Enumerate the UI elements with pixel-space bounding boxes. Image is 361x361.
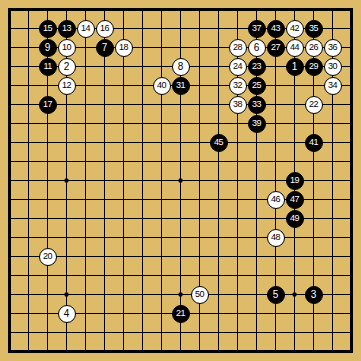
stone-white-50: 50 (191, 286, 209, 304)
move-number-label: 29 (309, 62, 318, 71)
stone-white-42: 42 (286, 20, 304, 38)
move-number-label: 31 (176, 81, 185, 90)
move-number-label: 38 (233, 100, 242, 109)
stone-black-31: 31 (172, 77, 190, 95)
stone-black-7: 7 (96, 39, 114, 57)
move-number-label: 19 (290, 176, 299, 185)
move-number-label: 14 (81, 24, 90, 33)
move-number-label: 35 (309, 24, 318, 33)
stone-white-48: 48 (267, 229, 285, 247)
stone-black-25: 25 (248, 77, 266, 95)
move-number-label: 43 (271, 24, 280, 33)
move-number-label: 5 (273, 290, 279, 300)
move-number-label: 30 (328, 62, 337, 71)
move-number-label: 11 (43, 62, 51, 71)
move-number-label: 33 (252, 100, 261, 109)
stone-white-24: 24 (229, 58, 247, 76)
move-number-label: 20 (43, 252, 52, 261)
move-number-label: 7 (102, 43, 108, 53)
stone-white-20: 20 (39, 248, 57, 266)
stone-white-28: 28 (229, 39, 247, 57)
move-number-label: 13 (62, 24, 71, 33)
move-number-label: 24 (233, 62, 242, 71)
stone-black-37: 37 (248, 20, 266, 38)
stone-black-3: 3 (305, 286, 323, 304)
stone-black-35: 35 (305, 20, 323, 38)
stone-white-36: 36 (324, 39, 342, 57)
stone-black-47: 47 (286, 191, 304, 209)
stone-white-10: 10 (58, 39, 76, 57)
stone-white-30: 30 (324, 58, 342, 76)
move-number-label: 26 (309, 43, 318, 52)
move-number-label: 27 (271, 43, 280, 52)
move-number-label: 10 (62, 43, 71, 52)
stone-black-9: 9 (39, 39, 57, 57)
move-number-label: 8 (178, 62, 184, 72)
move-number-label: 9 (45, 43, 51, 53)
stone-black-39: 39 (248, 115, 266, 133)
stone-black-45: 45 (210, 134, 228, 152)
stone-black-19: 19 (286, 172, 304, 190)
stone-black-29: 29 (305, 58, 323, 76)
stone-white-18: 18 (115, 39, 133, 57)
move-number-label: 12 (62, 81, 71, 90)
stone-white-34: 34 (324, 77, 342, 95)
move-number-label: 45 (214, 138, 223, 147)
stone-black-21: 21 (172, 305, 190, 323)
stone-white-16: 16 (96, 20, 114, 38)
stone-black-17: 17 (39, 96, 57, 114)
move-number-label: 48 (271, 233, 280, 242)
move-number-label: 21 (176, 309, 185, 318)
stone-white-22: 22 (305, 96, 323, 114)
stone-black-11: 11 (39, 58, 57, 76)
move-number-label: 25 (252, 81, 261, 90)
stone-white-6: 6 (248, 39, 266, 57)
stone-white-40: 40 (153, 77, 171, 95)
move-number-label: 23 (252, 62, 261, 71)
stone-black-15: 15 (39, 20, 57, 38)
stone-black-49: 49 (286, 210, 304, 228)
move-number-label: 40 (157, 81, 166, 90)
move-number-label: 17 (43, 100, 52, 109)
move-number-label: 1 (292, 62, 298, 72)
stone-white-26: 26 (305, 39, 323, 57)
move-number-label: 28 (233, 43, 242, 52)
stone-white-4: 4 (58, 305, 76, 323)
move-number-label: 34 (328, 81, 337, 90)
move-number-label: 22 (309, 100, 318, 109)
stone-black-41: 41 (305, 134, 323, 152)
stone-black-13: 13 (58, 20, 76, 38)
move-number-label: 15 (43, 24, 52, 33)
stone-black-43: 43 (267, 20, 285, 38)
stone-white-38: 38 (229, 96, 247, 114)
move-number-label: 3 (311, 290, 317, 300)
move-number-label: 44 (290, 43, 299, 52)
stone-white-14: 14 (77, 20, 95, 38)
stones-layer: 1234567891011121314151617181920212223242… (0, 0, 361, 361)
move-number-label: 16 (100, 24, 109, 33)
stone-white-2: 2 (58, 58, 76, 76)
stone-black-1: 1 (286, 58, 304, 76)
go-board: 1234567891011121314151617181920212223242… (0, 0, 361, 361)
move-number-label: 46 (271, 195, 280, 204)
stone-white-44: 44 (286, 39, 304, 57)
move-number-label: 32 (233, 81, 242, 90)
stone-white-46: 46 (267, 191, 285, 209)
stone-white-32: 32 (229, 77, 247, 95)
stone-black-27: 27 (267, 39, 285, 57)
move-number-label: 42 (290, 24, 299, 33)
move-number-label: 6 (254, 43, 260, 53)
stone-white-12: 12 (58, 77, 76, 95)
move-number-label: 4 (64, 309, 70, 319)
move-number-label: 47 (290, 195, 299, 204)
move-number-label: 18 (119, 43, 128, 52)
move-number-label: 36 (328, 43, 337, 52)
move-number-label: 37 (252, 24, 261, 33)
move-number-label: 50 (195, 290, 204, 299)
stone-white-8: 8 (172, 58, 190, 76)
move-number-label: 2 (64, 62, 70, 72)
move-number-label: 39 (252, 119, 261, 128)
move-number-label: 41 (309, 138, 318, 147)
stone-black-23: 23 (248, 58, 266, 76)
stone-black-5: 5 (267, 286, 285, 304)
stone-black-33: 33 (248, 96, 266, 114)
move-number-label: 49 (290, 214, 299, 223)
